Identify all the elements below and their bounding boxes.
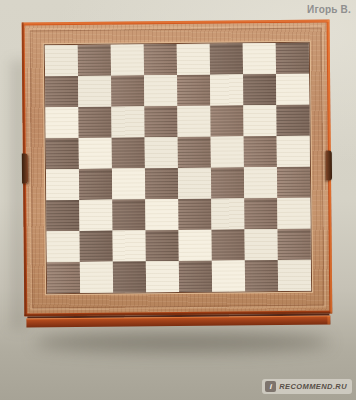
square-c7: [111, 75, 144, 106]
square-a8: [45, 45, 78, 76]
square-h8: [276, 43, 309, 74]
square-d6: [144, 106, 177, 137]
square-e1: [179, 261, 212, 292]
square-a6: [45, 107, 78, 138]
square-a7: [45, 76, 78, 107]
square-a3: [46, 200, 79, 231]
square-b7: [78, 76, 111, 107]
square-h2: [278, 229, 311, 260]
square-e4: [178, 168, 211, 199]
square-e6: [177, 106, 210, 137]
square-f4: [211, 167, 244, 198]
square-d8: [144, 44, 177, 75]
square-d2: [146, 230, 179, 261]
square-d7: [144, 75, 177, 106]
square-g5: [244, 136, 277, 167]
square-a2: [47, 231, 80, 262]
board-grid: [45, 43, 311, 294]
square-f3: [211, 198, 244, 229]
square-d1: [146, 261, 179, 292]
square-c5: [112, 137, 145, 168]
square-f6: [210, 105, 243, 136]
watermark-badge[interactable]: i RECOMMEND.RU: [262, 379, 352, 394]
square-b4: [79, 169, 112, 200]
square-d3: [145, 199, 178, 230]
square-e3: [178, 199, 211, 230]
square-a1: [47, 262, 80, 293]
board-lid: [22, 20, 333, 317]
square-f1: [212, 260, 245, 291]
square-b1: [80, 262, 113, 293]
square-h4: [277, 167, 310, 198]
square-h1: [278, 260, 311, 291]
square-c8: [111, 44, 144, 75]
square-g8: [243, 43, 276, 74]
square-d5: [145, 137, 178, 168]
square-e2: [179, 230, 212, 261]
board-shadow: [34, 332, 330, 352]
square-h7: [276, 74, 309, 105]
square-g2: [245, 229, 278, 260]
chess-board-box: [22, 20, 333, 328]
square-h5: [277, 136, 310, 167]
square-f8: [210, 43, 243, 74]
square-c6: [111, 106, 144, 137]
irecommend-logo-icon: i: [265, 381, 276, 392]
square-f7: [210, 74, 243, 105]
square-g1: [245, 260, 278, 291]
board-frame: [25, 23, 330, 314]
square-a4: [46, 169, 79, 200]
right-finger-notch: [326, 151, 332, 181]
photo-credit: Игорь В.: [307, 4, 351, 15]
square-c3: [112, 199, 145, 230]
square-b3: [79, 200, 112, 231]
square-e8: [177, 44, 210, 75]
box-bottom-rim: [26, 316, 330, 328]
photo: Игорь В. i RECOMMEND.RU: [0, 0, 356, 400]
playing-area: [44, 42, 312, 295]
square-h6: [276, 105, 309, 136]
square-b6: [78, 107, 111, 138]
square-b5: [79, 138, 112, 169]
square-f2: [212, 229, 245, 260]
square-f5: [211, 136, 244, 167]
square-g6: [243, 105, 276, 136]
square-e7: [177, 75, 210, 106]
square-c2: [113, 230, 146, 261]
square-b8: [78, 45, 111, 76]
square-e5: [178, 137, 211, 168]
square-c1: [113, 261, 146, 292]
square-a5: [46, 138, 79, 169]
square-b2: [80, 231, 113, 262]
square-c4: [112, 168, 145, 199]
square-g3: [244, 198, 277, 229]
square-g4: [244, 167, 277, 198]
square-g7: [243, 74, 276, 105]
watermark-text: RECOMMEND.RU: [279, 382, 347, 391]
left-finger-notch: [22, 154, 28, 184]
square-h3: [277, 198, 310, 229]
square-d4: [145, 168, 178, 199]
